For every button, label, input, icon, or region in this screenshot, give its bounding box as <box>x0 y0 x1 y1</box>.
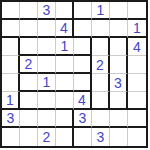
cell-r5c6[interactable] <box>92 74 110 92</box>
cell-r2c3[interactable] <box>38 20 56 38</box>
cell-r3c5[interactable] <box>74 38 92 56</box>
cell-r4c6[interactable]: 2 <box>92 56 110 74</box>
cell-r2c4[interactable]: 4 <box>56 20 74 38</box>
cell-r8c4[interactable] <box>56 128 74 146</box>
cell-r4c8[interactable] <box>128 56 146 74</box>
cell-r4c5[interactable] <box>74 56 92 74</box>
cell-r5c5[interactable] <box>74 74 92 92</box>
given-digit: 4 <box>60 21 68 35</box>
given-digit: 1 <box>43 75 51 89</box>
cell-r8c8[interactable] <box>128 128 146 146</box>
given-digit: 2 <box>96 58 104 72</box>
cell-r4c2[interactable]: 2 <box>20 56 38 74</box>
cell-r3c2[interactable] <box>20 38 38 56</box>
given-digit: 1 <box>6 93 14 107</box>
given-digit: 2 <box>25 57 33 71</box>
cell-r6c1[interactable]: 1 <box>2 92 20 110</box>
cell-r1c8[interactable] <box>128 2 146 20</box>
cell-r8c3[interactable]: 2 <box>38 128 56 146</box>
cell-r8c5[interactable] <box>74 128 92 146</box>
cell-r7c5[interactable]: 3 <box>74 110 92 128</box>
given-digit: 3 <box>7 111 15 125</box>
given-digit: 1 <box>61 39 69 53</box>
cell-r6c7[interactable] <box>110 92 128 110</box>
given-digit: 3 <box>79 111 87 125</box>
cell-r6c5[interactable]: 4 <box>74 92 92 110</box>
given-digit: 4 <box>78 93 86 107</box>
cell-r6c4[interactable] <box>56 92 74 110</box>
cell-r1c1[interactable] <box>2 2 20 20</box>
cell-r7c6[interactable] <box>92 110 110 128</box>
cell-r6c8[interactable] <box>128 92 146 110</box>
cell-r5c8[interactable] <box>128 74 146 92</box>
cell-r3c8[interactable]: 4 <box>128 38 146 56</box>
given-digit: 1 <box>97 3 105 17</box>
cell-r7c7[interactable] <box>110 110 128 128</box>
cell-r2c6[interactable] <box>92 20 110 38</box>
cell-r5c7[interactable]: 3 <box>110 74 128 92</box>
cell-r4c4[interactable] <box>56 56 74 74</box>
cell-r2c7[interactable] <box>110 20 128 38</box>
cell-r2c5[interactable] <box>74 20 92 38</box>
given-digit: 3 <box>97 130 105 144</box>
cell-r2c1[interactable] <box>2 20 20 38</box>
puzzle-board: 3141142213143323 <box>0 0 148 148</box>
cell-r4c1[interactable] <box>2 56 20 74</box>
given-digit: 3 <box>43 3 51 17</box>
given-digit: 3 <box>114 76 122 90</box>
cell-r1c6[interactable]: 1 <box>92 2 110 20</box>
cell-r2c2[interactable] <box>20 20 38 38</box>
cell-r1c5[interactable] <box>74 2 92 20</box>
cell-r6c6[interactable] <box>92 92 110 110</box>
cell-r5c2[interactable] <box>20 74 38 92</box>
cell-r8c2[interactable] <box>20 128 38 146</box>
cell-r7c1[interactable]: 3 <box>2 110 20 128</box>
cell-r8c7[interactable] <box>110 128 128 146</box>
cell-r1c2[interactable] <box>20 2 38 20</box>
cell-r8c6[interactable]: 3 <box>92 128 110 146</box>
cell-r5c4[interactable] <box>56 74 74 92</box>
cell-r1c4[interactable] <box>56 2 74 20</box>
cell-r5c3[interactable]: 1 <box>38 74 56 92</box>
cell-r6c2[interactable] <box>20 92 38 110</box>
cell-r3c1[interactable] <box>2 38 20 56</box>
cell-r6c3[interactable] <box>38 92 56 110</box>
cell-r4c7[interactable] <box>110 56 128 74</box>
cell-r7c3[interactable] <box>38 110 56 128</box>
cell-r1c7[interactable] <box>110 2 128 20</box>
cell-r3c7[interactable] <box>110 38 128 56</box>
cell-r5c1[interactable] <box>2 74 20 92</box>
given-digit: 4 <box>133 40 141 54</box>
cell-r3c6[interactable] <box>92 38 110 56</box>
cell-r1c3[interactable]: 3 <box>38 2 56 20</box>
cell-r4c3[interactable] <box>38 56 56 74</box>
cell-r7c4[interactable] <box>56 110 74 128</box>
cell-r7c8[interactable] <box>128 110 146 128</box>
cell-r8c1[interactable] <box>2 128 20 146</box>
cell-r3c3[interactable] <box>38 38 56 56</box>
cell-r7c2[interactable] <box>20 110 38 128</box>
given-digit: 1 <box>133 21 141 35</box>
cell-r2c8[interactable]: 1 <box>128 20 146 38</box>
cell-r3c4[interactable]: 1 <box>56 38 74 56</box>
given-digit: 2 <box>43 130 51 144</box>
